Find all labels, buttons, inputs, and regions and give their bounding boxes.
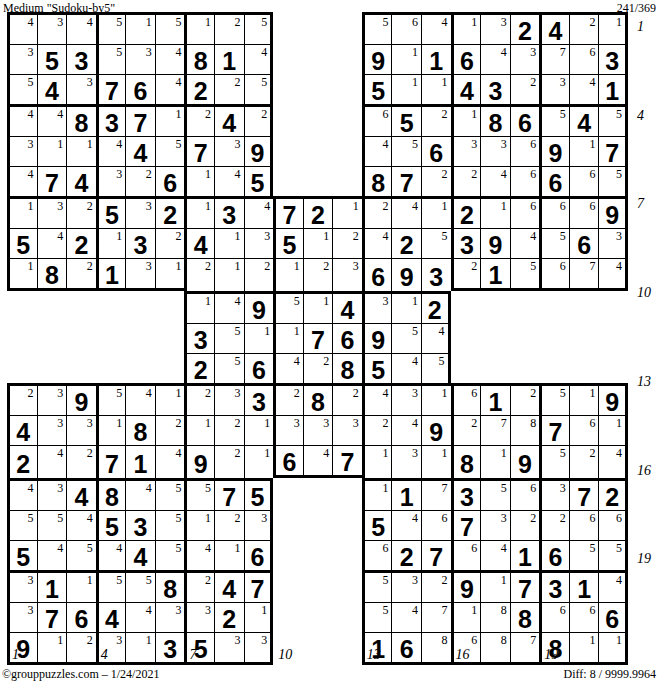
cell-r21c5[interactable]: 1 — [125, 632, 155, 665]
hint-digit: 3 — [264, 229, 270, 243]
cell-r6c18[interactable]: 6 — [510, 166, 540, 196]
cell-r5c1[interactable]: 3 — [7, 136, 37, 166]
given-digit: 3 — [74, 49, 88, 74]
cell-r20c14[interactable]: 4 — [391, 602, 421, 632]
cell-r14c14[interactable]: 4 — [391, 415, 421, 445]
cell-r7c15[interactable]: 1 — [421, 196, 451, 228]
outside-area — [332, 478, 362, 510]
cell-r19c14[interactable]: 3 — [391, 570, 421, 602]
cell-r8c15[interactable]: 5 — [421, 228, 451, 258]
cell-r18c8[interactable]: 1 — [214, 540, 244, 570]
cell-r3c14[interactable]: 1 — [391, 74, 421, 104]
cell-r18c16[interactable]: 6 — [451, 540, 481, 570]
cell-r18c4[interactable]: 4 — [96, 540, 126, 570]
cell-r14c13[interactable]: 2 — [362, 415, 392, 445]
cell-r14c16[interactable]: 2 — [451, 415, 481, 445]
cell-r4c21[interactable]: 5 — [598, 104, 628, 136]
cell-r12c15[interactable]: 5 — [421, 353, 451, 383]
cell-r13c11: 8 — [303, 383, 333, 415]
cell-r5c6[interactable]: 5 — [155, 136, 185, 166]
cell-r14c12[interactable]: 3 — [332, 415, 362, 445]
cell-r6c17[interactable]: 4 — [480, 166, 510, 196]
outside-area — [510, 353, 540, 383]
cell-r8c19[interactable]: 5 — [539, 228, 569, 258]
cell-r21c3[interactable]: 2 — [66, 632, 96, 665]
cell-r9c8[interactable]: 1 — [214, 258, 244, 291]
outside-area — [451, 291, 481, 323]
hint-digit: 4 — [616, 446, 622, 460]
cell-r7c20[interactable]: 6 — [569, 196, 599, 228]
cell-r7c3[interactable]: 2 — [66, 196, 96, 228]
cell-r7c4: 5 — [96, 196, 126, 228]
cell-r7c18[interactable]: 6 — [510, 196, 540, 228]
given-digit: 4 — [341, 298, 355, 323]
cell-r1c3[interactable]: 4 — [66, 12, 96, 44]
cell-r4c9[interactable]: 2 — [244, 104, 274, 136]
cell-r15c7: 9 — [184, 445, 214, 478]
cell-r17c15[interactable]: 6 — [421, 510, 451, 540]
cell-r4c7[interactable]: 2 — [184, 104, 214, 136]
cell-r9c12[interactable]: 3 — [332, 258, 362, 291]
cell-r15c2[interactable]: 4 — [37, 445, 67, 478]
cell-r13c4[interactable]: 5 — [96, 383, 126, 415]
cell-r14c6[interactable]: 2 — [155, 415, 185, 445]
cell-r19c21[interactable]: 4 — [598, 570, 628, 602]
cell-r13c13[interactable]: 4 — [362, 383, 392, 415]
cell-r16c18[interactable]: 6 — [510, 478, 540, 510]
cell-r17c18[interactable]: 2 — [510, 510, 540, 540]
cell-r8c18[interactable]: 4 — [510, 228, 540, 258]
cell-r1c9[interactable]: 5 — [244, 12, 274, 44]
cell-r21c2[interactable]: 1 — [37, 632, 67, 665]
cell-r8c10: 5 — [273, 228, 303, 258]
cell-r14c3[interactable]: 3 — [66, 415, 96, 445]
cell-r2c16: 6 — [451, 44, 481, 74]
cell-r9c7[interactable]: 2 — [184, 258, 214, 291]
cell-r5c17[interactable]: 3 — [480, 136, 510, 166]
cell-r9c6[interactable]: 1 — [155, 258, 185, 291]
cell-r14c4[interactable]: 1 — [96, 415, 126, 445]
cell-r17c20[interactable]: 6 — [569, 510, 599, 540]
cell-r6c5[interactable]: 2 — [125, 166, 155, 196]
cell-r2c18[interactable]: 3 — [510, 44, 540, 74]
cell-r15c9[interactable]: 1 — [244, 445, 274, 478]
cell-r16c1[interactable]: 4 — [7, 478, 37, 510]
cell-r15c3[interactable]: 2 — [66, 445, 96, 478]
cell-r2c4[interactable]: 5 — [96, 44, 126, 74]
cell-r7c19[interactable]: 6 — [539, 196, 569, 228]
cell-r3c18[interactable]: 2 — [510, 74, 540, 104]
cell-r20c13[interactable]: 5 — [362, 602, 392, 632]
cell-r1c20[interactable]: 2 — [569, 12, 599, 44]
cell-r20c20[interactable]: 6 — [569, 602, 599, 632]
outside-area — [66, 323, 96, 353]
cell-r9c20[interactable]: 7 — [569, 258, 599, 291]
given-digit: 2 — [222, 607, 236, 632]
outside-area — [96, 291, 126, 323]
hint-digit: 5 — [28, 511, 34, 525]
cell-r15c8[interactable]: 2 — [214, 445, 244, 478]
given-digit: 7 — [429, 545, 443, 570]
cell-r5c20[interactable]: 1 — [569, 136, 599, 166]
cell-r7c17[interactable]: 1 — [480, 196, 510, 228]
cell-r21c14: 6 — [391, 632, 421, 665]
cell-r11c8[interactable]: 5 — [214, 323, 244, 353]
cell-r4c14: 5 — [391, 104, 421, 136]
cell-r3c15[interactable]: 1 — [421, 74, 451, 104]
hint-digit: 6 — [382, 107, 388, 121]
cell-r1c2[interactable]: 3 — [37, 12, 67, 44]
cell-r1c8[interactable]: 2 — [214, 12, 244, 44]
cell-r3c8[interactable]: 2 — [214, 74, 244, 104]
cell-r2c14[interactable]: 1 — [391, 44, 421, 74]
cell-r12c10[interactable]: 4 — [273, 353, 303, 383]
cell-r17c7[interactable]: 1 — [184, 510, 214, 540]
cell-r10c13[interactable]: 3 — [362, 291, 392, 323]
cell-r15c11[interactable]: 4 — [303, 445, 333, 478]
cell-r5c4[interactable]: 4 — [96, 136, 126, 166]
cell-r8c9[interactable]: 3 — [244, 228, 274, 258]
cell-r10c11[interactable]: 1 — [303, 291, 333, 323]
cell-r14c17[interactable]: 7 — [480, 415, 510, 445]
cell-r3c1[interactable]: 5 — [7, 74, 37, 104]
cell-r14c18[interactable]: 8 — [510, 415, 540, 445]
cell-r20c15[interactable]: 7 — [421, 602, 451, 632]
cell-r2c5[interactable]: 3 — [125, 44, 155, 74]
cell-r5c13[interactable]: 4 — [362, 136, 392, 166]
cell-r8c4[interactable]: 1 — [96, 228, 126, 258]
cell-r8c8[interactable]: 1 — [214, 228, 244, 258]
cell-r20c16[interactable]: 1 — [451, 602, 481, 632]
cell-r12c8[interactable]: 5 — [214, 353, 244, 383]
cell-r15c15[interactable]: 1 — [421, 445, 451, 478]
cell-r16c19[interactable]: 3 — [539, 478, 569, 510]
row-label-4: 4 — [637, 108, 659, 124]
outside-area — [332, 44, 362, 74]
cell-r7c1[interactable]: 1 — [7, 196, 37, 228]
cell-r9c5[interactable]: 3 — [125, 258, 155, 291]
cell-r13c20[interactable]: 1 — [569, 383, 599, 415]
cell-r9c1[interactable]: 1 — [7, 258, 37, 291]
cell-r18c9: 6 — [244, 540, 274, 570]
cell-r18c3[interactable]: 5 — [66, 540, 96, 570]
cell-r1c6[interactable]: 5 — [155, 12, 185, 44]
given-digit: 6 — [371, 265, 385, 290]
cell-r18c2[interactable]: 4 — [37, 540, 67, 570]
cell-r13c8[interactable]: 3 — [214, 383, 244, 415]
cell-r19c13[interactable]: 5 — [362, 570, 392, 602]
cell-r21c17[interactable]: 8 — [480, 632, 510, 665]
cell-r2c6[interactable]: 4 — [155, 44, 185, 74]
cell-r4c16[interactable]: 1 — [451, 104, 481, 136]
row-label-1: 1 — [637, 19, 659, 35]
cell-r8c21[interactable]: 3 — [598, 228, 628, 258]
cell-r2c17[interactable]: 4 — [480, 44, 510, 74]
cell-r3c6[interactable]: 4 — [155, 74, 185, 104]
cell-r13c19[interactable]: 5 — [539, 383, 569, 415]
cell-r2c20[interactable]: 6 — [569, 44, 599, 74]
given-digit: 8 — [341, 358, 355, 383]
outside-area — [273, 136, 303, 166]
cell-r14c20[interactable]: 6 — [569, 415, 599, 445]
cell-r16c2[interactable]: 3 — [37, 478, 67, 510]
cell-r9c9[interactable]: 2 — [244, 258, 274, 291]
cell-r20c17[interactable]: 8 — [480, 602, 510, 632]
cell-r18c13[interactable]: 6 — [362, 540, 392, 570]
cell-r13c10[interactable]: 2 — [273, 383, 303, 415]
cell-r1c14[interactable]: 6 — [391, 12, 421, 44]
cell-r3c19[interactable]: 3 — [539, 74, 569, 104]
cell-r20c19[interactable]: 6 — [539, 602, 569, 632]
cell-r4c2[interactable]: 4 — [37, 104, 67, 136]
cell-r13c7[interactable]: 2 — [184, 383, 214, 415]
cell-r1c15[interactable]: 4 — [421, 12, 451, 44]
given-digit: 9 — [518, 452, 532, 477]
cell-r14c9[interactable]: 1 — [244, 415, 274, 445]
cell-r2c1[interactable]: 3 — [7, 44, 37, 74]
cell-r13c12[interactable]: 2 — [332, 383, 362, 415]
cell-r10c8[interactable]: 4 — [214, 291, 244, 323]
cell-r19c1[interactable]: 3 — [7, 570, 37, 602]
cell-r15c14[interactable]: 3 — [391, 445, 421, 478]
cell-r1c21[interactable]: 1 — [598, 12, 628, 44]
cell-r1c13[interactable]: 5 — [362, 12, 392, 44]
given-digit: 6 — [549, 545, 563, 570]
cell-r13c18[interactable]: 2 — [510, 383, 540, 415]
cell-r8c5: 3 — [125, 228, 155, 258]
cell-r13c14[interactable]: 3 — [391, 383, 421, 415]
cell-r19c7[interactable]: 2 — [184, 570, 214, 602]
cell-r15c20[interactable]: 2 — [569, 445, 599, 478]
cell-r7c14[interactable]: 4 — [391, 196, 421, 228]
cell-r12c11[interactable]: 2 — [303, 353, 333, 383]
cell-r6c20[interactable]: 6 — [569, 166, 599, 196]
cell-r18c20[interactable]: 5 — [569, 540, 599, 570]
cell-r7c7[interactable]: 1 — [184, 196, 214, 228]
cell-r8c12[interactable]: 2 — [332, 228, 362, 258]
cell-r20c7[interactable]: 3 — [184, 602, 214, 632]
cell-r4c6[interactable]: 1 — [155, 104, 185, 136]
cell-r8c11[interactable]: 1 — [303, 228, 333, 258]
hint-digit: 5 — [146, 573, 152, 587]
cell-r21c8[interactable]: 3 — [214, 632, 244, 665]
cell-r1c5[interactable]: 1 — [125, 12, 155, 44]
row-label-10: 10 — [637, 285, 659, 301]
cell-r6c15[interactable]: 2 — [421, 166, 451, 196]
outside-area — [332, 12, 362, 44]
hint-digit: 4 — [264, 199, 270, 213]
given-digit: 3 — [134, 233, 148, 258]
cell-r13c5[interactable]: 4 — [125, 383, 155, 415]
hint-digit: 5 — [560, 107, 566, 121]
cell-r20c5[interactable]: 4 — [125, 602, 155, 632]
cell-r1c1[interactable]: 4 — [7, 12, 37, 44]
cell-r9c21[interactable]: 4 — [598, 258, 628, 291]
cell-r9c3[interactable]: 2 — [66, 258, 96, 291]
cell-r8c13[interactable]: 4 — [362, 228, 392, 258]
cell-r9c18[interactable]: 5 — [510, 258, 540, 291]
cell-r6c16[interactable]: 2 — [451, 166, 481, 196]
cell-r12c14[interactable]: 4 — [391, 353, 421, 383]
cell-r6c8[interactable]: 4 — [214, 166, 244, 196]
cell-r14c21[interactable]: 1 — [598, 415, 628, 445]
cell-r5c3[interactable]: 1 — [66, 136, 96, 166]
cell-r2c9[interactable]: 4 — [244, 44, 274, 74]
cell-r17c21[interactable]: 6 — [598, 510, 628, 540]
cell-r19c5[interactable]: 5 — [125, 570, 155, 602]
hint-digit: 1 — [616, 416, 622, 430]
cell-r20c1[interactable]: 3 — [7, 602, 37, 632]
cell-r2c19[interactable]: 7 — [539, 44, 569, 74]
cell-r9c10[interactable]: 1 — [273, 258, 303, 291]
cell-r7c5[interactable]: 3 — [125, 196, 155, 228]
cell-r16c15[interactable]: 7 — [421, 478, 451, 510]
cell-r3c9[interactable]: 5 — [244, 74, 274, 104]
cell-r5c14[interactable]: 5 — [391, 136, 421, 166]
cell-r5c19: 9 — [539, 136, 569, 166]
cell-r1c7[interactable]: 1 — [184, 12, 214, 44]
cell-r19c15[interactable]: 2 — [421, 570, 451, 602]
cell-r9c11[interactable]: 2 — [303, 258, 333, 291]
cell-r10c14[interactable]: 1 — [391, 291, 421, 323]
hint-digit: 2 — [353, 386, 359, 400]
cell-r11c10[interactable]: 1 — [273, 323, 303, 353]
cell-r6c1[interactable]: 4 — [7, 166, 37, 196]
cell-r17c2[interactable]: 5 — [37, 510, 67, 540]
cell-r1c16[interactable]: 1 — [451, 12, 481, 44]
cell-r10c7[interactable]: 1 — [184, 291, 214, 323]
cell-r5c8[interactable]: 3 — [214, 136, 244, 166]
cell-r21c18[interactable]: 7 — [510, 632, 540, 665]
hint-digit: 3 — [57, 386, 63, 400]
cell-r15c6[interactable]: 4 — [155, 445, 185, 478]
cell-r4c19[interactable]: 5 — [539, 104, 569, 136]
cell-r9c19[interactable]: 6 — [539, 258, 569, 291]
cell-r3c20[interactable]: 4 — [569, 74, 599, 104]
outside-area — [332, 104, 362, 136]
cell-r20c6[interactable]: 3 — [155, 602, 185, 632]
cell-r17c1[interactable]: 5 — [7, 510, 37, 540]
cell-r21c21[interactable]: 1 — [598, 632, 628, 665]
cell-r17c6[interactable]: 5 — [155, 510, 185, 540]
hint-digit: 3 — [205, 603, 211, 617]
cell-r13c2[interactable]: 3 — [37, 383, 67, 415]
cell-r4c1[interactable]: 4 — [7, 104, 37, 136]
cell-r10c10[interactable]: 5 — [273, 291, 303, 323]
hint-digit: 1 — [175, 386, 181, 400]
cell-r15c17[interactable]: 1 — [480, 445, 510, 478]
hint-digit: 4 — [261, 45, 267, 59]
cell-r19c3[interactable]: 1 — [66, 570, 96, 602]
hint-digit: 5 — [560, 229, 566, 243]
cell-r17c14[interactable]: 4 — [391, 510, 421, 540]
cell-r11c9[interactable]: 1 — [244, 323, 274, 353]
cell-r18c17[interactable]: 4 — [480, 540, 510, 570]
cell-r6c7[interactable]: 1 — [184, 166, 214, 196]
cell-r16c17[interactable]: 5 — [480, 478, 510, 510]
cell-r4c15[interactable]: 2 — [421, 104, 451, 136]
cell-r15c5: 1 — [125, 445, 155, 478]
cell-r15c21[interactable]: 4 — [598, 445, 628, 478]
cell-r15c19[interactable]: 5 — [539, 445, 569, 478]
cell-r17c9[interactable]: 3 — [244, 510, 274, 540]
cell-r14c11[interactable]: 3 — [303, 415, 333, 445]
cell-r21c9[interactable]: 3 — [244, 632, 274, 665]
cell-r13c16[interactable]: 6 — [451, 383, 481, 415]
cell-r13c15[interactable]: 1 — [421, 383, 451, 415]
cell-r16c13[interactable]: 1 — [362, 478, 392, 510]
cell-r8c6[interactable]: 2 — [155, 228, 185, 258]
hint-digit: 3 — [294, 416, 300, 430]
cell-r21c20[interactable]: 1 — [569, 632, 599, 665]
cell-r17c17[interactable]: 3 — [480, 510, 510, 540]
cell-r14c10[interactable]: 3 — [273, 415, 303, 445]
given-digit: 1 — [488, 390, 502, 415]
cell-r14c7[interactable]: 1 — [184, 415, 214, 445]
cell-r9c16[interactable]: 2 — [451, 258, 481, 291]
cell-r6c21[interactable]: 5 — [598, 166, 628, 196]
cell-r8c14: 2 — [391, 228, 421, 258]
cell-r4c13[interactable]: 6 — [362, 104, 392, 136]
outside-area — [539, 291, 569, 323]
hint-digit: 1 — [471, 603, 477, 617]
cell-r7c9[interactable]: 4 — [244, 196, 274, 228]
outside-area — [451, 353, 481, 383]
cell-r1c17[interactable]: 3 — [480, 12, 510, 44]
cell-r18c14: 2 — [391, 540, 421, 570]
difficulty-text: Diff: 8 / 9999.9964 — [564, 667, 656, 682]
cell-r14c8[interactable]: 2 — [214, 415, 244, 445]
cell-r11c14[interactable]: 5 — [391, 323, 421, 353]
cell-r17c19[interactable]: 2 — [539, 510, 569, 540]
cell-r18c21[interactable]: 5 — [598, 540, 628, 570]
cell-r3c3[interactable]: 3 — [66, 74, 96, 104]
cell-r8c17: 9 — [480, 228, 510, 258]
cell-r6c4[interactable]: 3 — [96, 166, 126, 196]
cell-r3c5: 6 — [125, 74, 155, 104]
hint-digit: 4 — [175, 45, 181, 59]
cell-r5c2[interactable]: 1 — [37, 136, 67, 166]
cell-r1c4[interactable]: 5 — [96, 12, 126, 44]
cell-r21c15[interactable]: 8 — [421, 632, 451, 665]
cell-r7c2[interactable]: 3 — [37, 196, 67, 228]
cell-r16c5[interactable]: 4 — [125, 478, 155, 510]
cell-r8c2[interactable]: 4 — [37, 228, 67, 258]
cell-r18c6[interactable]: 5 — [155, 540, 185, 570]
cell-r17c8[interactable]: 2 — [214, 510, 244, 540]
cell-r19c4[interactable]: 5 — [96, 570, 126, 602]
hint-digit: 1 — [261, 603, 267, 617]
cell-r11c15[interactable]: 4 — [421, 323, 451, 353]
given-digit: 1 — [518, 545, 532, 570]
cell-r15c13[interactable]: 1 — [362, 445, 392, 478]
cell-r16c6[interactable]: 5 — [155, 478, 185, 510]
cell-r13c6[interactable]: 1 — [155, 383, 185, 415]
hint-digit: 5 — [175, 481, 181, 495]
cell-r13c1[interactable]: 2 — [7, 383, 37, 415]
cell-r18c7[interactable]: 4 — [184, 540, 214, 570]
cell-r17c3[interactable]: 4 — [66, 510, 96, 540]
cell-r5c16[interactable]: 3 — [451, 136, 481, 166]
cell-r16c7[interactable]: 5 — [184, 478, 214, 510]
cell-r19c17[interactable]: 1 — [480, 570, 510, 602]
cell-r7c12[interactable]: 1 — [332, 196, 362, 228]
hint-digit: 2 — [471, 259, 477, 273]
cell-r20c9[interactable]: 1 — [244, 602, 274, 632]
cell-r14c2[interactable]: 3 — [37, 415, 67, 445]
cell-r7c13[interactable]: 2 — [362, 196, 392, 228]
cell-r5c18[interactable]: 6 — [510, 136, 540, 166]
